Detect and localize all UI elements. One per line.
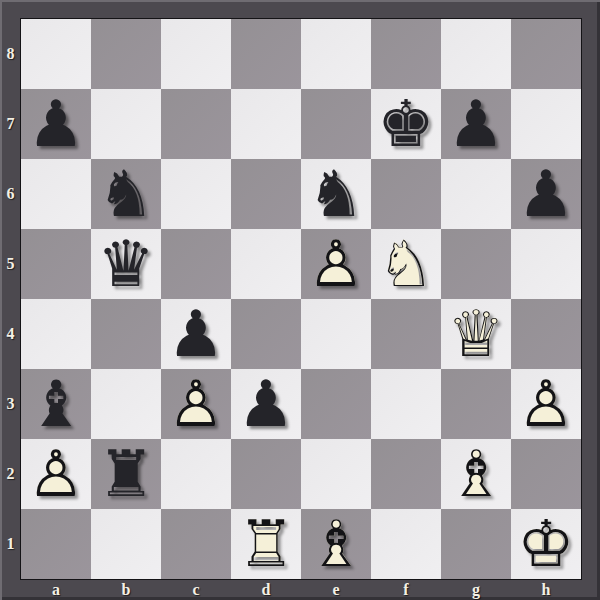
black-knight-e6[interactable]: ♞ [301,159,371,229]
square-f7[interactable]: ♚ [371,89,441,159]
square-d8[interactable] [231,19,301,89]
square-c2[interactable] [161,439,231,509]
white-knight-outline-glyph: ♘ [371,229,441,299]
square-b5[interactable]: ♛ [91,229,161,299]
white-bishop-outline-glyph: ♗ [441,439,511,509]
file-label-b: b [91,579,161,600]
square-g2[interactable]: ♝♗ [441,439,511,509]
rank-label-2: 2 [0,439,21,509]
square-b8[interactable] [91,19,161,89]
file-label-g: g [441,579,511,600]
rank-label-3: 3 [0,369,21,439]
square-b2[interactable]: ♜ [91,439,161,509]
square-a8[interactable] [21,19,91,89]
square-c1[interactable] [161,509,231,579]
white-pawn-outline-glyph: ♙ [301,229,371,299]
file-label-h: h [511,579,581,600]
white-bishop-e1[interactable]: ♝♗ [301,509,371,579]
square-a7[interactable]: ♟ [21,89,91,159]
white-pawn-outline-glyph: ♙ [511,369,581,439]
rank-label-6: 6 [0,159,21,229]
white-bishop-g2[interactable]: ♝♗ [441,439,511,509]
rank-label-4: 4 [0,299,21,369]
white-queen-outline-glyph: ♕ [441,299,511,369]
black-pawn-g7[interactable]: ♟ [441,89,511,159]
square-d2[interactable] [231,439,301,509]
square-e4[interactable] [301,299,371,369]
black-bishop-glyph: ♝ [21,369,91,439]
black-pawn-a7[interactable]: ♟ [21,89,91,159]
square-c5[interactable] [161,229,231,299]
square-a3[interactable]: ♝ [21,369,91,439]
rank-label-5: 5 [0,229,21,299]
square-c7[interactable] [161,89,231,159]
square-h4[interactable] [511,299,581,369]
file-label-e: e [301,579,371,600]
white-rook-outline-glyph: ♖ [231,509,301,579]
black-pawn-c4[interactable]: ♟ [161,299,231,369]
square-c4[interactable]: ♟ [161,299,231,369]
black-king-f7[interactable]: ♚ [371,89,441,159]
chess-board-frame: 87654321 ♟♚♟♞♞♟♛♟♙♞♘♟♛♕♝♟♙♟♟♙♟♙♜♝♗♜♖♝♗♚♔… [0,0,600,600]
square-b7[interactable] [91,89,161,159]
square-a1[interactable] [21,509,91,579]
black-king-glyph: ♚ [371,89,441,159]
black-knight-glyph: ♞ [91,159,161,229]
white-king-outline-glyph: ♔ [511,509,581,579]
square-d1[interactable]: ♜♖ [231,509,301,579]
square-a5[interactable] [21,229,91,299]
square-f2[interactable] [371,439,441,509]
square-g7[interactable]: ♟ [441,89,511,159]
square-f5[interactable]: ♞♘ [371,229,441,299]
square-h7[interactable] [511,89,581,159]
white-pawn-outline-glyph: ♙ [161,369,231,439]
white-pawn-a2[interactable]: ♟♙ [21,439,91,509]
square-f3[interactable] [371,369,441,439]
file-label-f: f [371,579,441,600]
black-pawn-glyph: ♟ [21,89,91,159]
square-d3[interactable]: ♟ [231,369,301,439]
rank-label-8: 8 [0,19,21,89]
square-g3[interactable] [441,369,511,439]
black-pawn-glyph: ♟ [161,299,231,369]
white-pawn-e5[interactable]: ♟♙ [301,229,371,299]
rank-label-1: 1 [0,509,21,579]
file-label-c: c [161,579,231,600]
square-h3[interactable]: ♟♙ [511,369,581,439]
white-pawn-h3[interactable]: ♟♙ [511,369,581,439]
white-bishop-outline-glyph: ♗ [301,509,371,579]
square-g1[interactable] [441,509,511,579]
square-h5[interactable] [511,229,581,299]
square-b1[interactable] [91,509,161,579]
square-g6[interactable] [441,159,511,229]
square-h1[interactable]: ♚♔ [511,509,581,579]
black-queen-glyph: ♛ [91,229,161,299]
square-c8[interactable] [161,19,231,89]
file-labels: abcdefgh [21,579,581,600]
square-f6[interactable] [371,159,441,229]
square-a6[interactable] [21,159,91,229]
black-queen-b5[interactable]: ♛ [91,229,161,299]
square-f4[interactable] [371,299,441,369]
black-pawn-glyph: ♟ [441,89,511,159]
square-b3[interactable] [91,369,161,439]
file-label-a: a [21,579,91,600]
white-knight-f5[interactable]: ♞♘ [371,229,441,299]
rank-labels: 87654321 [0,19,21,579]
black-knight-b6[interactable]: ♞ [91,159,161,229]
black-bishop-a3[interactable]: ♝ [21,369,91,439]
square-c3[interactable]: ♟♙ [161,369,231,439]
black-pawn-h6[interactable]: ♟ [511,159,581,229]
square-f8[interactable] [371,19,441,89]
white-queen-g4[interactable]: ♛♕ [441,299,511,369]
square-a2[interactable]: ♟♙ [21,439,91,509]
white-pawn-c3[interactable]: ♟♙ [161,369,231,439]
black-pawn-glyph: ♟ [231,369,301,439]
square-b6[interactable]: ♞ [91,159,161,229]
white-pawn-outline-glyph: ♙ [21,439,91,509]
square-d5[interactable] [231,229,301,299]
square-g4[interactable]: ♛♕ [441,299,511,369]
square-c6[interactable] [161,159,231,229]
black-pawn-glyph: ♟ [511,159,581,229]
square-e3[interactable] [301,369,371,439]
square-e2[interactable] [301,439,371,509]
square-f1[interactable] [371,509,441,579]
square-e8[interactable] [301,19,371,89]
square-h8[interactable] [511,19,581,89]
square-d6[interactable] [231,159,301,229]
square-b4[interactable] [91,299,161,369]
rank-label-7: 7 [0,89,21,159]
black-pawn-d3[interactable]: ♟ [231,369,301,439]
white-rook-d1[interactable]: ♜♖ [231,509,301,579]
square-h2[interactable] [511,439,581,509]
chess-board: ♟♚♟♞♞♟♛♟♙♞♘♟♛♕♝♟♙♟♟♙♟♙♜♝♗♜♖♝♗♚♔ [21,19,581,579]
square-g8[interactable] [441,19,511,89]
square-h6[interactable]: ♟ [511,159,581,229]
square-e5[interactable]: ♟♙ [301,229,371,299]
white-king-h1[interactable]: ♚♔ [511,509,581,579]
square-e1[interactable]: ♝♗ [301,509,371,579]
black-rook-glyph: ♜ [91,439,161,509]
square-e6[interactable]: ♞ [301,159,371,229]
square-a4[interactable] [21,299,91,369]
black-rook-b2[interactable]: ♜ [91,439,161,509]
file-label-d: d [231,579,301,600]
black-knight-glyph: ♞ [301,159,371,229]
square-d7[interactable] [231,89,301,159]
square-d4[interactable] [231,299,301,369]
square-g5[interactable] [441,229,511,299]
square-e7[interactable] [301,89,371,159]
